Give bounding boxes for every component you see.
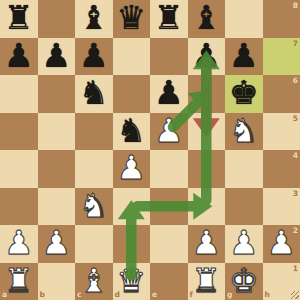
piece-white-pawn-d4[interactable]: ♟ [116,149,146,187]
file-label-a: a [2,291,7,299]
rank-label-5: 5 [293,115,298,123]
square-c1[interactable]: ♝c [75,263,113,300]
square-c8[interactable]: ♝ [75,0,113,38]
piece-black-rook-a8[interactable]: ♜ [4,0,34,37]
square-a8[interactable]: ♜ [0,0,38,38]
square-d4[interactable]: ♟ [113,150,151,188]
piece-white-queen-d1[interactable]: ♛ [116,262,146,300]
square-h7[interactable]: 7 [263,38,301,76]
piece-white-pawn-b2[interactable]: ♟ [41,224,71,262]
square-c4[interactable] [75,150,113,188]
square-e6[interactable]: ♟ [150,75,188,113]
square-g2[interactable]: ♟ [225,225,263,263]
piece-black-knight-d5[interactable]: ♞ [116,112,146,150]
square-b7[interactable]: ♟ [38,38,76,76]
square-a2[interactable]: ♟ [0,225,38,263]
square-a3[interactable] [0,188,38,226]
piece-black-pawn-e6[interactable]: ♟ [154,74,184,112]
piece-black-bishop-c8[interactable]: ♝ [79,0,109,37]
square-c2[interactable] [75,225,113,263]
rank-label-3: 3 [293,190,298,198]
file-label-h: h [265,291,270,299]
square-e8[interactable]: ♜ [150,0,188,38]
square-c6[interactable]: ♞ [75,75,113,113]
square-b6[interactable] [38,75,76,113]
square-h8[interactable]: 8 [263,0,301,38]
square-f7[interactable]: ♟ [188,38,226,76]
file-label-d: d [115,291,120,299]
rank-label-2: 2 [293,227,298,235]
square-d8[interactable]: ♛ [113,0,151,38]
square-e3[interactable] [150,188,188,226]
piece-white-pawn-h2[interactable]: ♟ [266,224,296,262]
square-b1[interactable]: b [38,263,76,300]
square-h3[interactable]: 3 [263,188,301,226]
rank-label-7: 7 [293,40,298,48]
square-f1[interactable]: ♜f [188,263,226,300]
piece-white-rook-a1[interactable]: ♜ [4,262,34,300]
square-e5[interactable]: ♟ [150,113,188,151]
square-e2[interactable] [150,225,188,263]
square-e4[interactable] [150,150,188,188]
square-b2[interactable]: ♟ [38,225,76,263]
chess-board: ♜♝♛♜♝8♟♟♟♟♟7♞♟♚6♞♟♞5♟4♞3♟♟♟♟♟2♜ab♝c♛de♜f… [0,0,300,300]
square-h2[interactable]: ♟2 [263,225,301,263]
square-f5[interactable] [188,113,226,151]
piece-black-knight-c6[interactable]: ♞ [79,74,109,112]
file-label-c: c [77,291,81,299]
square-a1[interactable]: ♜a [0,263,38,300]
square-d7[interactable] [113,38,151,76]
square-h6[interactable]: 6 [263,75,301,113]
square-e1[interactable]: e [150,263,188,300]
square-f8[interactable]: ♝ [188,0,226,38]
square-g3[interactable] [225,188,263,226]
piece-white-pawn-e5[interactable]: ♟ [154,112,184,150]
square-c5[interactable] [75,113,113,151]
square-f3[interactable] [188,188,226,226]
square-d5[interactable]: ♞ [113,113,151,151]
square-g6[interactable]: ♚ [225,75,263,113]
square-a5[interactable] [0,113,38,151]
file-label-e: e [152,291,157,299]
rank-label-6: 6 [293,77,298,85]
rank-label-8: 8 [293,2,298,10]
square-e7[interactable] [150,38,188,76]
square-c3[interactable]: ♞ [75,188,113,226]
square-g5[interactable]: ♞ [225,113,263,151]
board-resize-handle[interactable] [291,291,299,299]
piece-black-pawn-c7[interactable]: ♟ [79,37,109,75]
file-label-g: g [227,291,232,299]
piece-black-king-g6[interactable]: ♚ [229,74,259,112]
piece-black-pawn-a7[interactable]: ♟ [4,37,34,75]
square-b5[interactable] [38,113,76,151]
square-f6[interactable] [188,75,226,113]
square-b4[interactable] [38,150,76,188]
square-h4[interactable]: 4 [263,150,301,188]
square-b3[interactable] [38,188,76,226]
piece-white-knight-c3[interactable]: ♞ [79,187,109,225]
square-b8[interactable] [38,0,76,38]
square-f2[interactable]: ♟ [188,225,226,263]
square-d2[interactable] [113,225,151,263]
square-a6[interactable] [0,75,38,113]
square-g4[interactable] [225,150,263,188]
piece-black-bishop-f8[interactable]: ♝ [191,0,221,37]
file-label-f: f [190,291,193,299]
square-g1[interactable]: ♚g [225,263,263,300]
piece-black-rook-e8[interactable]: ♜ [154,0,184,37]
piece-black-pawn-f7[interactable]: ♟ [191,37,221,75]
square-d6[interactable] [113,75,151,113]
square-a7[interactable]: ♟ [0,38,38,76]
square-a4[interactable] [0,150,38,188]
piece-black-queen-d8[interactable]: ♛ [116,0,146,37]
square-g7[interactable]: ♟ [225,38,263,76]
piece-white-pawn-g2[interactable]: ♟ [229,224,259,262]
square-c7[interactable]: ♟ [75,38,113,76]
piece-black-pawn-b7[interactable]: ♟ [41,37,71,75]
rank-label-4: 4 [293,152,298,160]
piece-white-king-g1[interactable]: ♚ [229,262,259,300]
square-d3[interactable] [113,188,151,226]
board-squares: ♜♝♛♜♝8♟♟♟♟♟7♞♟♚6♞♟♞5♟4♞3♟♟♟♟♟2♜ab♝c♛de♜f… [0,0,300,300]
piece-black-pawn-g7[interactable]: ♟ [229,37,259,75]
piece-white-bishop-c1[interactable]: ♝ [79,262,109,300]
square-h5[interactable]: 5 [263,113,301,151]
square-g8[interactable] [225,0,263,38]
piece-white-knight-g5[interactable]: ♞ [229,112,259,150]
piece-white-pawn-f2[interactable]: ♟ [191,224,221,262]
square-d1[interactable]: ♛d [113,263,151,300]
piece-white-rook-f1[interactable]: ♜ [191,262,221,300]
file-label-b: b [40,291,45,299]
square-f4[interactable] [188,150,226,188]
piece-white-pawn-a2[interactable]: ♟ [4,224,34,262]
rank-label-1: 1 [293,265,298,273]
